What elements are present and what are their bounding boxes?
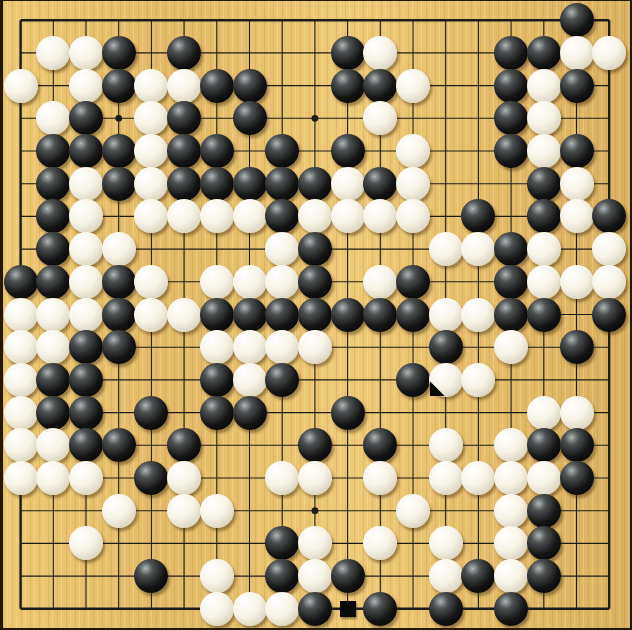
stone-white <box>69 298 103 332</box>
stone-white <box>4 461 38 495</box>
stone-black <box>429 330 463 364</box>
star-point <box>312 115 319 122</box>
stone-black <box>298 428 332 462</box>
stone-white <box>396 69 430 103</box>
stone-white <box>396 134 430 168</box>
stone-white <box>461 298 495 332</box>
go-board-frame <box>0 0 632 630</box>
stone-white <box>396 167 430 201</box>
stone-white <box>233 199 267 233</box>
stone-black <box>102 265 136 299</box>
star-point <box>312 507 319 514</box>
stone-white <box>233 265 267 299</box>
stone-black <box>200 363 234 397</box>
stone-white <box>560 199 594 233</box>
stone-black <box>494 298 528 332</box>
stone-black <box>494 69 528 103</box>
stone-black <box>233 298 267 332</box>
stone-black <box>527 526 561 560</box>
stone-white <box>265 461 299 495</box>
stone-black <box>265 134 299 168</box>
stone-white <box>560 396 594 430</box>
stone-black <box>494 134 528 168</box>
stone-white <box>134 69 168 103</box>
stone-white <box>494 494 528 528</box>
stone-black <box>363 167 397 201</box>
stone-white <box>200 330 234 364</box>
stone-black <box>494 592 528 626</box>
stone-white <box>4 363 38 397</box>
stone-white <box>298 330 332 364</box>
stone-white <box>560 36 594 70</box>
stone-white <box>69 36 103 70</box>
stone-black <box>560 69 594 103</box>
stone-black <box>36 363 70 397</box>
stone-white <box>134 265 168 299</box>
stone-black <box>527 559 561 593</box>
stone-black <box>102 330 136 364</box>
stone-white <box>560 167 594 201</box>
stone-black <box>560 3 594 37</box>
stone-white <box>429 461 463 495</box>
stone-black <box>102 134 136 168</box>
stone-black <box>298 298 332 332</box>
go-board[interactable] <box>3 1 630 628</box>
stone-white <box>527 265 561 299</box>
stone-white <box>527 232 561 266</box>
stone-black <box>298 592 332 626</box>
stone-black <box>102 298 136 332</box>
stone-black <box>331 134 365 168</box>
stone-white <box>36 298 70 332</box>
stone-black <box>527 167 561 201</box>
last-move-square-marker <box>340 601 356 617</box>
stone-black <box>331 36 365 70</box>
stone-white <box>69 232 103 266</box>
triangle-marker <box>430 381 445 396</box>
stone-white <box>527 101 561 135</box>
stone-black <box>396 363 430 397</box>
stone-white <box>102 494 136 528</box>
stone-white <box>200 494 234 528</box>
stone-white <box>396 494 430 528</box>
stone-white <box>69 69 103 103</box>
stone-black <box>167 36 201 70</box>
stone-black <box>265 363 299 397</box>
stone-black <box>527 428 561 462</box>
stone-white <box>298 461 332 495</box>
stone-black <box>494 265 528 299</box>
stone-black <box>494 232 528 266</box>
stone-white <box>298 559 332 593</box>
stone-black <box>69 396 103 430</box>
stone-black <box>69 134 103 168</box>
stone-white <box>200 592 234 626</box>
stone-black <box>265 298 299 332</box>
stone-white <box>233 363 267 397</box>
stone-black <box>527 36 561 70</box>
stone-black <box>102 69 136 103</box>
stone-white <box>4 298 38 332</box>
stone-white <box>494 461 528 495</box>
stone-black <box>167 134 201 168</box>
stone-white <box>167 69 201 103</box>
stone-black <box>265 167 299 201</box>
stone-black <box>200 134 234 168</box>
stone-white <box>200 199 234 233</box>
stone-black <box>527 199 561 233</box>
stone-black <box>36 265 70 299</box>
stone-black <box>396 265 430 299</box>
stone-white <box>527 134 561 168</box>
stone-black <box>4 265 38 299</box>
stone-black <box>102 167 136 201</box>
stone-white <box>331 167 365 201</box>
stone-white <box>69 265 103 299</box>
stone-white <box>527 69 561 103</box>
stone-white <box>527 396 561 430</box>
stone-black <box>331 298 365 332</box>
stone-white <box>36 36 70 70</box>
stone-black <box>200 69 234 103</box>
stone-black <box>69 363 103 397</box>
stone-white <box>233 330 267 364</box>
stone-black <box>233 101 267 135</box>
stone-white <box>429 526 463 560</box>
stone-white <box>4 69 38 103</box>
stone-white <box>429 428 463 462</box>
stone-black <box>200 396 234 430</box>
stone-black <box>363 69 397 103</box>
stone-white <box>265 265 299 299</box>
stone-white <box>167 494 201 528</box>
stone-black <box>233 167 267 201</box>
stone-white <box>69 167 103 201</box>
stone-black <box>298 265 332 299</box>
stone-black <box>363 592 397 626</box>
stone-white <box>429 232 463 266</box>
stone-black <box>560 134 594 168</box>
stone-white <box>4 428 38 462</box>
stone-black <box>167 167 201 201</box>
stone-black <box>429 592 463 626</box>
stone-white <box>429 363 463 397</box>
stone-black <box>298 167 332 201</box>
stone-black <box>134 396 168 430</box>
stone-black <box>298 232 332 266</box>
stone-white <box>167 298 201 332</box>
stone-black <box>331 559 365 593</box>
stone-white <box>494 559 528 593</box>
stone-black <box>102 428 136 462</box>
stone-white <box>200 559 234 593</box>
stone-black <box>233 69 267 103</box>
stone-white <box>592 265 626 299</box>
stone-black <box>200 167 234 201</box>
stone-black <box>527 494 561 528</box>
stone-white <box>265 592 299 626</box>
stone-black <box>363 298 397 332</box>
stone-black <box>527 298 561 332</box>
stone-black <box>102 36 136 70</box>
stone-white <box>429 559 463 593</box>
stone-black <box>200 298 234 332</box>
stone-black <box>560 330 594 364</box>
stone-white <box>4 396 38 430</box>
stone-white <box>331 199 365 233</box>
stone-white <box>363 265 397 299</box>
stone-black <box>331 396 365 430</box>
stone-black <box>560 461 594 495</box>
stone-white <box>134 298 168 332</box>
star-point <box>115 115 122 122</box>
stone-black <box>396 298 430 332</box>
stone-white <box>167 461 201 495</box>
stone-white <box>429 298 463 332</box>
stone-white <box>363 36 397 70</box>
stone-white <box>69 461 103 495</box>
stone-black <box>36 167 70 201</box>
stone-black <box>331 69 365 103</box>
stone-white <box>592 36 626 70</box>
stone-black <box>494 36 528 70</box>
stone-black <box>560 428 594 462</box>
stone-white <box>527 461 561 495</box>
stone-white <box>134 167 168 201</box>
stone-white <box>4 330 38 364</box>
stone-white <box>560 265 594 299</box>
stone-black <box>69 330 103 364</box>
stone-black <box>592 298 626 332</box>
stone-black <box>36 396 70 430</box>
stone-black <box>233 396 267 430</box>
stone-white <box>200 265 234 299</box>
stone-white <box>102 232 136 266</box>
stone-white <box>233 592 267 626</box>
